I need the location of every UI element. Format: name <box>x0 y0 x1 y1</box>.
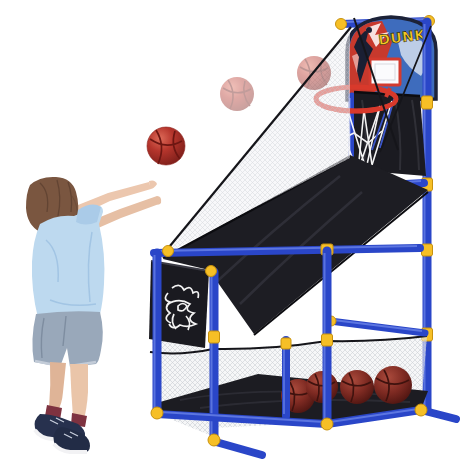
product-photo-basketball-arcade: DUNK <box>0 0 460 460</box>
storage-ball <box>340 370 374 404</box>
front-mid-post <box>281 338 291 416</box>
flying-ball-solid <box>147 127 185 165</box>
child-front-leg <box>70 364 88 419</box>
front-left-post <box>155 253 158 413</box>
child-shoe-front <box>54 427 91 453</box>
child-shorts <box>32 311 102 367</box>
storage-ball <box>374 366 412 404</box>
back-mid-post <box>322 251 333 424</box>
scene-canvas: DUNK <box>0 0 460 460</box>
right-bay-top-rail-tube <box>326 316 425 333</box>
child-back-leg <box>49 362 66 410</box>
storage-ball <box>306 371 338 403</box>
flying-ball-faded-1 <box>220 77 254 111</box>
child-shooter <box>26 177 161 453</box>
